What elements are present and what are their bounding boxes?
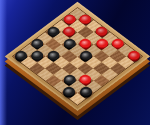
- board-squares: ●●●●●●●●●●●●●●●●●●●: [11, 7, 143, 106]
- board-layer: ●●●●●●●●●●●●●●●●●●●: [11, 7, 143, 106]
- game-scene: ●●●●●●●●●●●●●●●●●●●: [0, 0, 150, 125]
